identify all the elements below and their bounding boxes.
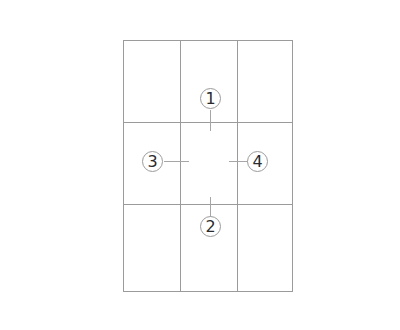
grid-cell-r2c2-center xyxy=(181,123,238,205)
leader-line-left xyxy=(164,161,189,162)
callout-label-1: 1 xyxy=(205,91,215,107)
grid-cell-r1c1 xyxy=(124,41,181,123)
callout-label-4: 4 xyxy=(252,154,262,170)
grid-cell-r1c3 xyxy=(238,41,292,123)
leader-line-bottom xyxy=(210,197,211,217)
callout-label-2: 2 xyxy=(205,219,215,235)
figure-canvas: 1 2 3 4 xyxy=(0,0,400,330)
callout-circle-1: 1 xyxy=(200,88,221,109)
grid-cell-r3c1 xyxy=(124,205,181,291)
grid-cell-r3c3 xyxy=(238,205,292,291)
callout-circle-3: 3 xyxy=(142,151,163,172)
leader-line-top xyxy=(210,110,211,131)
leader-line-right xyxy=(229,161,248,162)
callout-label-3: 3 xyxy=(147,154,157,170)
callout-circle-2: 2 xyxy=(200,216,221,237)
callout-circle-4: 4 xyxy=(247,151,268,172)
